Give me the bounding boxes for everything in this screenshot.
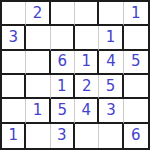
given-cell-r3c3: 6: [51, 51, 75, 75]
empty-cell-r4c1[interactable]: [2, 75, 26, 99]
empty-cell-r4c6[interactable]: [124, 75, 148, 99]
empty-cell-r2c2[interactable]: [26, 26, 50, 50]
given-cell-r5c5: 3: [99, 99, 123, 123]
given-cell-r6c1: 1: [2, 124, 26, 148]
empty-cell-r6c5[interactable]: [99, 124, 123, 148]
given-cell-r5c4: 4: [75, 99, 99, 123]
given-cell-r6c6: 6: [124, 124, 148, 148]
empty-cell-r2c6[interactable]: [124, 26, 148, 50]
given-cell-r2c5: 1: [99, 26, 123, 50]
empty-cell-r1c4[interactable]: [75, 2, 99, 26]
empty-cell-r3c1[interactable]: [2, 51, 26, 75]
given-cell-r3c4: 1: [75, 51, 99, 75]
given-cell-r3c6: 5: [124, 51, 148, 75]
given-cell-r4c4: 2: [75, 75, 99, 99]
empty-cell-r2c4[interactable]: [75, 26, 99, 50]
empty-cell-r4c2[interactable]: [26, 75, 50, 99]
empty-cell-r5c6[interactable]: [124, 99, 148, 123]
given-cell-r6c3: 3: [51, 124, 75, 148]
given-cell-r4c5: 5: [99, 75, 123, 99]
given-cell-r5c3: 5: [51, 99, 75, 123]
empty-cell-r6c4[interactable]: [75, 124, 99, 148]
given-cell-r4c3: 1: [51, 75, 75, 99]
given-cell-r5c2: 1: [26, 99, 50, 123]
given-cell-r3c5: 4: [99, 51, 123, 75]
puzzle-board: 213161451251543136: [0, 0, 150, 150]
empty-cell-r5c1[interactable]: [2, 99, 26, 123]
empty-cell-r1c5[interactable]: [99, 2, 123, 26]
empty-cell-r3c2[interactable]: [26, 51, 50, 75]
empty-cell-r1c3[interactable]: [51, 2, 75, 26]
given-cell-r2c1: 3: [2, 26, 26, 50]
given-cell-r1c6: 1: [124, 2, 148, 26]
given-cell-r1c2: 2: [26, 2, 50, 26]
empty-cell-r2c3[interactable]: [51, 26, 75, 50]
empty-cell-r1c1[interactable]: [2, 2, 26, 26]
empty-cell-r6c2[interactable]: [26, 124, 50, 148]
